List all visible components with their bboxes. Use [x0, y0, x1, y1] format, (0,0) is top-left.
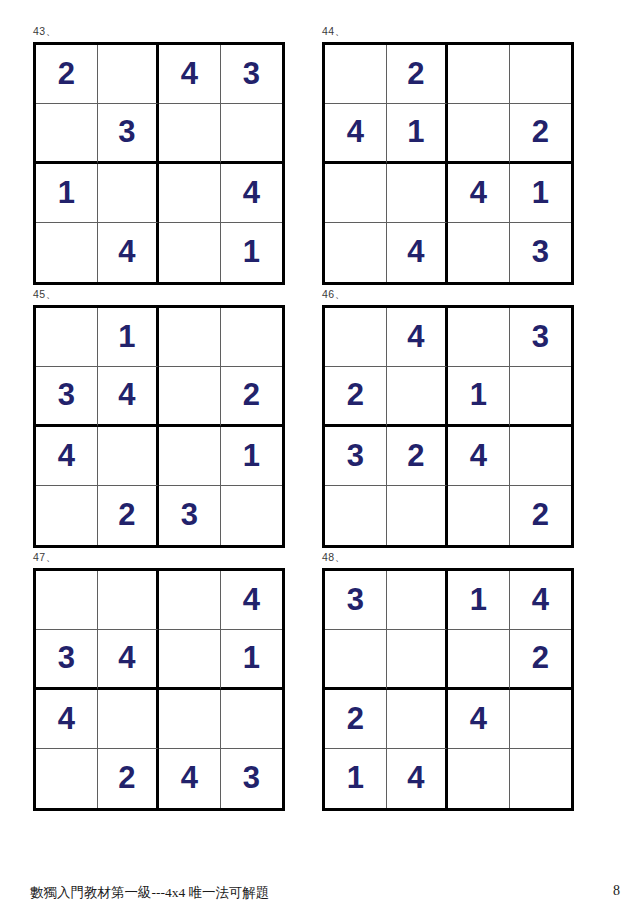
cell-r1c1: 2 — [36, 45, 98, 104]
sudoku-grid: 24331441 — [33, 42, 285, 285]
cell-r4c3 — [448, 749, 510, 808]
sudoku-grid: 24124143 — [322, 42, 574, 285]
sudoku-grid: 31422414 — [322, 568, 574, 811]
cell-r1c3 — [159, 571, 221, 630]
sudoku-grid: 43414243 — [33, 568, 285, 811]
cell-r1c1: 3 — [325, 571, 387, 630]
cell-r4c4 — [221, 486, 283, 545]
cell-r2c3 — [448, 630, 510, 689]
cell-r2c3 — [159, 630, 221, 689]
cell-r4c3 — [159, 223, 221, 282]
cell-r2c4 — [510, 367, 572, 426]
cell-r3c2 — [98, 690, 160, 749]
cell-r2c4: 2 — [221, 367, 283, 426]
cell-r4c1 — [36, 223, 98, 282]
puzzle-number-label: 44、 — [322, 22, 574, 42]
cell-r1c3 — [448, 308, 510, 367]
puzzle-number-label: 48、 — [322, 548, 574, 568]
cell-r3c1: 4 — [36, 427, 98, 486]
cell-r1c4 — [510, 45, 572, 104]
cell-r2c3 — [448, 104, 510, 163]
cell-r1c4: 4 — [510, 571, 572, 630]
cell-r1c1 — [36, 571, 98, 630]
cell-r2c2 — [387, 630, 449, 689]
cell-r4c3 — [448, 223, 510, 282]
cell-r4c2: 2 — [98, 749, 160, 808]
puzzle-number-label: 46、 — [322, 285, 574, 305]
cell-r3c2 — [98, 427, 160, 486]
cell-r1c4: 4 — [221, 571, 283, 630]
cell-r4c4 — [510, 749, 572, 808]
cell-r1c1 — [36, 308, 98, 367]
cell-r4c2: 4 — [98, 223, 160, 282]
cell-r4c2: 2 — [98, 486, 160, 545]
cell-r1c2 — [98, 45, 160, 104]
cell-r2c2 — [387, 367, 449, 426]
cell-r3c4 — [510, 427, 572, 486]
cell-r2c1: 2 — [325, 367, 387, 426]
cell-r1c3 — [159, 308, 221, 367]
cell-r1c2: 1 — [98, 308, 160, 367]
cell-r3c2 — [387, 690, 449, 749]
cell-r2c4: 2 — [510, 630, 572, 689]
puzzle-44: 44、 24124143 — [322, 22, 574, 285]
cell-r3c2 — [387, 164, 449, 223]
cell-r3c1 — [325, 164, 387, 223]
cell-r4c2: 4 — [387, 223, 449, 282]
cell-r3c4: 1 — [510, 164, 572, 223]
cell-r1c2: 2 — [387, 45, 449, 104]
cell-r3c3 — [159, 164, 221, 223]
puzzle-46: 46、 43213242 — [322, 285, 574, 548]
cell-r4c4: 3 — [510, 223, 572, 282]
cell-r3c3: 4 — [448, 690, 510, 749]
cell-r1c3 — [448, 45, 510, 104]
cell-r3c4: 1 — [221, 427, 283, 486]
cell-r2c2: 4 — [98, 630, 160, 689]
puzzle-45: 45、 13424123 — [33, 285, 285, 548]
puzzle-48: 48、 31422414 — [322, 548, 574, 811]
cell-r2c2: 1 — [387, 104, 449, 163]
cell-r3c2 — [98, 164, 160, 223]
cell-r2c4: 2 — [510, 104, 572, 163]
cell-r3c4 — [510, 690, 572, 749]
cell-r2c1: 3 — [36, 367, 98, 426]
cell-r1c3: 1 — [448, 571, 510, 630]
cell-r1c2 — [98, 571, 160, 630]
cell-r4c4: 3 — [221, 749, 283, 808]
cell-r4c3: 3 — [159, 486, 221, 545]
cell-r1c4: 3 — [221, 45, 283, 104]
cell-r4c1: 1 — [325, 749, 387, 808]
cell-r4c3: 4 — [159, 749, 221, 808]
cell-r1c1 — [325, 45, 387, 104]
cell-r4c1 — [325, 223, 387, 282]
cell-r3c2: 2 — [387, 427, 449, 486]
cell-r1c2: 4 — [387, 308, 449, 367]
cell-r2c3 — [159, 104, 221, 163]
cell-r3c1: 1 — [36, 164, 98, 223]
cell-r4c1 — [36, 486, 98, 545]
sudoku-grid: 43213242 — [322, 305, 574, 548]
cell-r4c4: 2 — [510, 486, 572, 545]
cell-r4c3 — [448, 486, 510, 545]
cell-r3c4 — [221, 690, 283, 749]
cell-r3c3: 4 — [448, 164, 510, 223]
sudoku-grid: 13424123 — [33, 305, 285, 548]
puzzle-number-label: 47、 — [33, 548, 285, 568]
cell-r4c1 — [36, 749, 98, 808]
cell-r2c1: 4 — [325, 104, 387, 163]
page-number: 8 — [613, 883, 620, 899]
cell-r1c3: 4 — [159, 45, 221, 104]
cell-r3c3: 4 — [448, 427, 510, 486]
cell-r4c1 — [325, 486, 387, 545]
cell-r4c2 — [387, 486, 449, 545]
puzzle-number-label: 43、 — [33, 22, 285, 42]
cell-r2c3: 1 — [448, 367, 510, 426]
cell-r1c4: 3 — [510, 308, 572, 367]
cell-r3c1: 2 — [325, 690, 387, 749]
cell-r4c4: 1 — [221, 223, 283, 282]
puzzle-number-label: 45、 — [33, 285, 285, 305]
cell-r2c1 — [325, 630, 387, 689]
cell-r1c2 — [387, 571, 449, 630]
cell-r3c4: 4 — [221, 164, 283, 223]
cell-r3c3 — [159, 427, 221, 486]
puzzle-47: 47、 43414243 — [33, 548, 285, 811]
cell-r3c1: 4 — [36, 690, 98, 749]
cell-r2c1 — [36, 104, 98, 163]
cell-r2c1: 3 — [36, 630, 98, 689]
worksheet-page: 43、 24331441 44、 24124143 45、 13424123 4… — [0, 0, 640, 905]
cell-r3c3 — [159, 690, 221, 749]
cell-r1c4 — [221, 308, 283, 367]
footer-title: 數獨入門教材第一級---4x4 唯一法可解題 — [30, 884, 270, 902]
cell-r2c4: 1 — [221, 630, 283, 689]
cell-r2c3 — [159, 367, 221, 426]
cell-r2c2: 4 — [98, 367, 160, 426]
puzzle-43: 43、 24331441 — [33, 22, 285, 285]
cell-r2c2: 3 — [98, 104, 160, 163]
cell-r4c2: 4 — [387, 749, 449, 808]
puzzle-sheet: 43、 24331441 44、 24124143 45、 13424123 4… — [33, 22, 574, 811]
cell-r3c1: 3 — [325, 427, 387, 486]
cell-r1c1 — [325, 308, 387, 367]
cell-r2c4 — [221, 104, 283, 163]
